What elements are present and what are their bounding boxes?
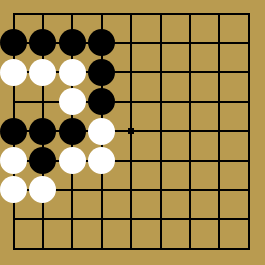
white-stone: [29, 176, 56, 203]
stones-layer: [0, 0, 265, 265]
white-stone: [88, 147, 115, 174]
white-stone: [59, 59, 86, 86]
black-stone: [29, 118, 56, 145]
white-stone: [88, 118, 115, 145]
black-stone: [29, 29, 56, 56]
go-board[interactable]: [0, 0, 265, 265]
black-stone: [29, 147, 56, 174]
white-stone: [59, 147, 86, 174]
black-stone: [88, 29, 115, 56]
black-stone: [88, 88, 115, 115]
white-stone: [0, 147, 27, 174]
black-stone: [88, 59, 115, 86]
black-stone: [59, 29, 86, 56]
black-stone: [0, 118, 27, 145]
white-stone: [0, 59, 27, 86]
black-stone: [59, 118, 86, 145]
white-stone: [59, 88, 86, 115]
black-stone: [0, 29, 27, 56]
white-stone: [0, 176, 27, 203]
white-stone: [29, 59, 56, 86]
